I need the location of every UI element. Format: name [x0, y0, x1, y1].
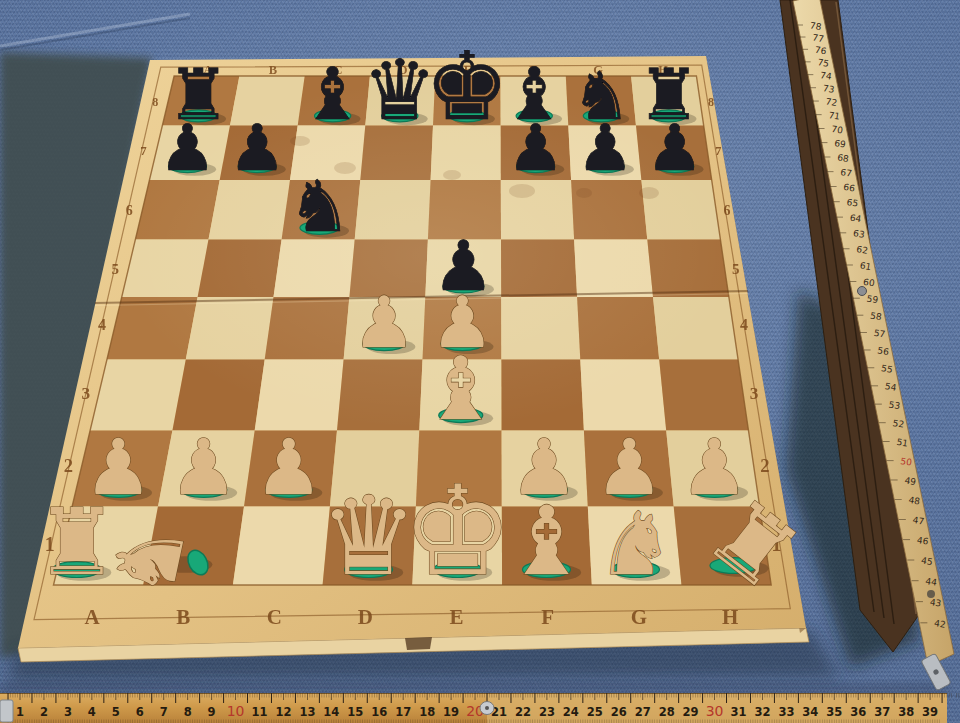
right-ruler-number-42: 42: [934, 618, 947, 630]
right-ruler-number-44: 44: [925, 576, 938, 588]
right-ruler-number-43: 43: [929, 597, 942, 609]
bottom-ruler-number-28: 28: [659, 705, 675, 719]
bottom-ruler-number-17: 17: [395, 705, 411, 719]
piece-glyph-bishop: ♝: [300, 52, 365, 136]
bottom-ruler-number-39: 39: [922, 705, 938, 719]
bottom-ruler-number-8: 8: [184, 705, 192, 719]
bottom-ruler-end-cap: [0, 700, 13, 722]
right-ruler-number-58: 58: [870, 311, 883, 323]
right-ruler-number-49: 49: [904, 475, 917, 487]
fabric-seam: [0, 14, 190, 46]
rank-label-right-7: 7: [715, 144, 722, 158]
bottom-ruler-number-10: 10: [227, 703, 245, 719]
bottom-ruler-number-23: 23: [539, 705, 555, 719]
rank-label-left-8: 8: [152, 95, 158, 109]
bottom-ruler-number-14: 14: [323, 705, 339, 719]
right-ruler-number-53: 53: [888, 399, 901, 411]
rank-label-left-6: 6: [126, 203, 133, 218]
bottom-ruler-number-16: 16: [371, 705, 387, 719]
bottom-ruler-number-6: 6: [136, 705, 144, 719]
rank-label-right-5: 5: [732, 261, 740, 277]
bottom-ruler-number-13: 13: [299, 705, 315, 719]
bottom-ruler-number-30: 30: [706, 703, 724, 719]
right-ruler-number-74: 74: [820, 70, 833, 82]
file-label-bottom-E: E: [450, 605, 464, 629]
piece-black-pawn-g7[interactable]: ♟: [577, 111, 634, 185]
square-h3[interactable]: [659, 360, 748, 431]
right-ruler-number-52: 52: [892, 418, 905, 430]
piece-black-pawn-h7[interactable]: ♟: [646, 111, 703, 185]
folding-ruler-rivet-2: [927, 590, 935, 598]
square-c1[interactable]: [233, 507, 330, 586]
right-ruler-number-68: 68: [837, 152, 850, 164]
piece-glyph-knight: ♞: [288, 165, 352, 248]
piece-black-pawn-b7[interactable]: ♟: [228, 111, 285, 185]
bottom-ruler-number-2: 2: [40, 705, 48, 719]
bottom-folding-ruler: 1234567891011121314151617181920212223242…: [0, 693, 960, 723]
right-ruler-number-62: 62: [856, 244, 869, 256]
right-ruler-number-51: 51: [896, 437, 909, 449]
piece-white-bishop-f1[interactable]: ♝: [504, 486, 589, 596]
bottom-ruler-number-32: 32: [754, 705, 770, 719]
bottom-ruler-number-33: 33: [778, 705, 794, 719]
right-ruler-number-57: 57: [873, 328, 886, 340]
right-ruler-number-63: 63: [852, 228, 865, 240]
file-label-bottom-H: H: [722, 605, 738, 629]
right-ruler-number-67: 67: [840, 167, 853, 179]
right-ruler-number-47: 47: [912, 515, 925, 527]
bottom-ruler-number-9: 9: [208, 705, 216, 719]
bottom-ruler-number-29: 29: [683, 705, 699, 719]
bottom-ruler-number-4: 4: [88, 705, 96, 719]
right-ruler-number-55: 55: [880, 363, 893, 375]
piece-white-bishop-e3[interactable]: ♝: [422, 338, 500, 440]
file-label-bottom-B: B: [176, 605, 190, 629]
rank-label-left-7: 7: [140, 144, 147, 158]
bottom-ruler-number-11: 11: [251, 705, 267, 719]
bottom-ruler-number-7: 7: [160, 705, 168, 719]
right-ruler-number-50: 50: [900, 456, 913, 468]
piece-white-pawn-d4[interactable]: ♟: [352, 281, 416, 364]
bottom-ruler-number-15: 15: [347, 705, 363, 719]
piece-glyph-pawn: ♟: [169, 423, 238, 512]
bottom-ruler-number-19: 19: [443, 705, 459, 719]
piece-glyph-pawn: ♟: [577, 111, 634, 185]
right-ruler-number-59: 59: [866, 294, 879, 306]
file-label-bottom-G: G: [631, 605, 647, 629]
bottom-ruler-number-31: 31: [730, 705, 746, 719]
right-ruler-number-69: 69: [834, 138, 847, 150]
piece-black-bishop-c8[interactable]: ♝: [300, 52, 365, 136]
ruler-shadow: [0, 684, 948, 692]
right-ruler-number-54: 54: [884, 381, 897, 393]
right-ruler-number-48: 48: [908, 495, 921, 507]
file-label-top-B: B: [269, 63, 277, 77]
bottom-ruler-number-38: 38: [898, 705, 914, 719]
bottom-ruler-number-5: 5: [112, 705, 120, 719]
piece-glyph-pawn: ♟: [352, 281, 416, 364]
board-clasp: [405, 637, 432, 650]
right-ruler-number-45: 45: [920, 555, 933, 567]
rank-label-right-2: 2: [760, 455, 769, 476]
bottom-ruler-number-22: 22: [515, 705, 531, 719]
piece-glyph-pawn: ♟: [507, 111, 564, 185]
piece-white-pawn-c2[interactable]: ♟: [254, 423, 323, 512]
file-label-bottom-D: D: [358, 605, 373, 629]
rank-label-left-4: 4: [98, 316, 106, 333]
right-ruler-number-46: 46: [916, 535, 929, 547]
piece-white-king-e1[interactable]: ♚: [402, 459, 513, 603]
right-ruler-number-66: 66: [843, 182, 856, 194]
rank-label-left-2: 2: [64, 455, 73, 476]
file-label-bottom-F: F: [541, 605, 554, 629]
right-ruler-number-75: 75: [817, 57, 830, 69]
rank-label-right-3: 3: [750, 384, 759, 403]
rank-label-right-6: 6: [724, 203, 731, 218]
bottom-ruler-number-18: 18: [419, 705, 435, 719]
right-ruler-number-65: 65: [846, 197, 859, 209]
bottom-ruler-number-1: 1: [16, 705, 24, 719]
piece-white-knight-g1[interactable]: ♞: [597, 493, 675, 595]
right-ruler-number-56: 56: [877, 345, 890, 357]
right-ruler-number-64: 64: [849, 213, 862, 225]
bottom-ruler-number-27: 27: [635, 705, 651, 719]
bottom-ruler-number-37: 37: [874, 705, 890, 719]
bottom-ruler-number-34: 34: [802, 705, 818, 719]
piece-glyph-pawn: ♟: [254, 423, 323, 512]
piece-glyph-bishop: ♝: [422, 338, 500, 440]
bottom-ruler-number-24: 24: [563, 705, 579, 719]
folding-ruler-rivet: [858, 287, 867, 296]
right-ruler-number-61: 61: [859, 260, 872, 272]
right-ruler-number-76: 76: [814, 45, 827, 57]
piece-glyph-pawn: ♟: [228, 111, 285, 185]
file-label-bottom-A: A: [84, 605, 100, 629]
right-ruler-number-77: 77: [812, 32, 825, 44]
rank-label-left-5: 5: [112, 261, 120, 277]
piece-glyph-pawn: ♟: [646, 111, 703, 185]
bottom-ruler-number-35: 35: [826, 705, 842, 719]
photo-scene: ABCDEFGHABCDEFGH1122334455667788♜♝♛♚♝♞♜♟…: [0, 0, 960, 723]
piece-white-pawn-b2[interactable]: ♟: [169, 423, 238, 512]
piece-glyph-bishop: ♝: [504, 486, 589, 596]
rank-label-left-3: 3: [81, 384, 90, 403]
piece-glyph-pawn: ♟: [159, 111, 216, 185]
piece-black-pawn-a7[interactable]: ♟: [159, 111, 216, 185]
rank-label-right-4: 4: [740, 316, 748, 333]
piece-black-king-e8[interactable]: ♚: [425, 32, 509, 141]
bottom-ruler-number-3: 3: [64, 705, 72, 719]
right-ruler-number-73: 73: [822, 83, 835, 95]
piece-glyph-king: ♚: [425, 32, 509, 141]
piece-glyph-knight: ♞: [597, 493, 675, 595]
bottom-ruler-number-36: 36: [850, 705, 866, 719]
bottom-ruler-number-25: 25: [587, 705, 603, 719]
bottom-ruler-number-12: 12: [275, 705, 291, 719]
right-ruler-number-70: 70: [831, 124, 844, 136]
piece-black-knight-c6[interactable]: ♞: [288, 165, 352, 248]
right-ruler-number-78: 78: [809, 20, 822, 32]
piece-black-pawn-f7[interactable]: ♟: [507, 111, 564, 185]
scene-svg: ABCDEFGHABCDEFGH1122334455667788♜♝♛♚♝♞♜♟…: [0, 0, 960, 723]
right-ruler-number-72: 72: [825, 96, 838, 108]
rank-label-right-8: 8: [708, 95, 714, 109]
file-label-bottom-C: C: [267, 605, 282, 629]
right-ruler-number-71: 71: [828, 110, 841, 122]
piece-glyph-king: ♚: [402, 459, 513, 603]
fabric-seam-shadow: [0, 18, 190, 50]
bottom-ruler-number-26: 26: [611, 705, 627, 719]
